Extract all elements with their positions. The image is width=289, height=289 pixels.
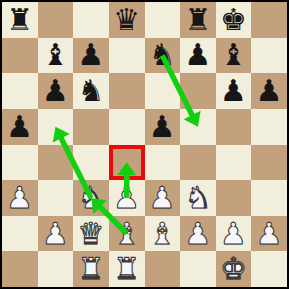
square-c6[interactable]: ♞ — [73, 73, 109, 109]
white-rook-piece[interactable]: ♜ — [73, 251, 109, 287]
square-h4[interactable] — [251, 145, 287, 181]
square-b3[interactable] — [38, 180, 74, 216]
white-knight-piece[interactable]: ♞ — [180, 180, 216, 216]
square-g7[interactable]: ♝ — [216, 38, 252, 74]
square-g3[interactable] — [216, 180, 252, 216]
square-c8[interactable] — [73, 2, 109, 38]
square-h8[interactable] — [251, 2, 287, 38]
square-f8[interactable]: ♜ — [180, 2, 216, 38]
black-pawn-piece[interactable]: ♟ — [251, 73, 287, 109]
black-pawn-piece[interactable]: ♟ — [2, 109, 38, 145]
square-c2[interactable]: ♛ — [73, 216, 109, 252]
white-pawn-piece[interactable]: ♟ — [109, 180, 145, 216]
square-c1[interactable]: ♜ — [73, 251, 109, 287]
white-bishop-piece[interactable]: ♝ — [109, 216, 145, 252]
black-bishop-piece[interactable]: ♝ — [216, 38, 252, 74]
square-g2[interactable]: ♟ — [216, 216, 252, 252]
white-pawn-piece[interactable]: ♟ — [251, 216, 287, 252]
square-a2[interactable] — [2, 216, 38, 252]
square-h7[interactable] — [251, 38, 287, 74]
square-g8[interactable]: ♚ — [216, 2, 252, 38]
white-pawn-piece[interactable]: ♟ — [38, 216, 74, 252]
square-g1[interactable]: ♚ — [216, 251, 252, 287]
board-grid: ♜♛♜♚♝♟♞♟♝♟♞♟♟♟♟♟♞♟♟♞♟♛♝♝♟♟♟♜♜♚ — [2, 2, 287, 287]
square-a5[interactable]: ♟ — [2, 109, 38, 145]
black-king-piece[interactable]: ♚ — [216, 2, 252, 38]
square-b7[interactable]: ♝ — [38, 38, 74, 74]
white-bishop-piece[interactable]: ♝ — [145, 216, 181, 252]
white-knight-piece[interactable]: ♞ — [73, 180, 109, 216]
white-pawn-piece[interactable]: ♟ — [2, 180, 38, 216]
black-rook-piece[interactable]: ♜ — [2, 2, 38, 38]
square-h6[interactable]: ♟ — [251, 73, 287, 109]
square-a4[interactable] — [2, 145, 38, 181]
white-queen-piece[interactable]: ♛ — [73, 216, 109, 252]
square-d1[interactable]: ♜ — [109, 251, 145, 287]
square-b4[interactable] — [38, 145, 74, 181]
square-e8[interactable] — [145, 2, 181, 38]
square-a3[interactable]: ♟ — [2, 180, 38, 216]
square-b5[interactable] — [38, 109, 74, 145]
black-bishop-piece[interactable]: ♝ — [38, 38, 74, 74]
black-knight-piece[interactable]: ♞ — [145, 38, 181, 74]
square-f1[interactable] — [180, 251, 216, 287]
square-a8[interactable]: ♜ — [2, 2, 38, 38]
white-pawn-piece[interactable]: ♟ — [216, 216, 252, 252]
square-c4[interactable] — [73, 145, 109, 181]
black-pawn-piece[interactable]: ♟ — [180, 38, 216, 74]
black-pawn-piece[interactable]: ♟ — [73, 38, 109, 74]
square-c3[interactable]: ♞ — [73, 180, 109, 216]
square-b6[interactable]: ♟ — [38, 73, 74, 109]
black-rook-piece[interactable]: ♜ — [180, 2, 216, 38]
square-c7[interactable]: ♟ — [73, 38, 109, 74]
square-f7[interactable]: ♟ — [180, 38, 216, 74]
square-g4[interactable] — [216, 145, 252, 181]
square-h2[interactable]: ♟ — [251, 216, 287, 252]
square-e6[interactable] — [145, 73, 181, 109]
square-b2[interactable]: ♟ — [38, 216, 74, 252]
square-b1[interactable] — [38, 251, 74, 287]
square-a6[interactable] — [2, 73, 38, 109]
square-e7[interactable]: ♞ — [145, 38, 181, 74]
square-d7[interactable] — [109, 38, 145, 74]
square-h5[interactable] — [251, 109, 287, 145]
square-e5[interactable]: ♟ — [145, 109, 181, 145]
square-d4[interactable] — [109, 145, 145, 181]
square-f6[interactable] — [180, 73, 216, 109]
square-h1[interactable] — [251, 251, 287, 287]
square-f3[interactable]: ♞ — [180, 180, 216, 216]
black-knight-piece[interactable]: ♞ — [73, 73, 109, 109]
square-f5[interactable] — [180, 109, 216, 145]
black-pawn-piece[interactable]: ♟ — [38, 73, 74, 109]
white-pawn-piece[interactable]: ♟ — [180, 216, 216, 252]
chess-board: ♜♛♜♚♝♟♞♟♝♟♞♟♟♟♟♟♞♟♟♞♟♛♝♝♟♟♟♜♜♚ — [0, 0, 289, 289]
square-e4[interactable] — [145, 145, 181, 181]
square-b8[interactable] — [38, 2, 74, 38]
black-queen-piece[interactable]: ♛ — [109, 2, 145, 38]
square-e3[interactable]: ♟ — [145, 180, 181, 216]
square-d6[interactable] — [109, 73, 145, 109]
square-a7[interactable] — [2, 38, 38, 74]
square-e2[interactable]: ♝ — [145, 216, 181, 252]
square-g5[interactable] — [216, 109, 252, 145]
square-d8[interactable]: ♛ — [109, 2, 145, 38]
square-a1[interactable] — [2, 251, 38, 287]
white-rook-piece[interactable]: ♜ — [109, 251, 145, 287]
square-f2[interactable]: ♟ — [180, 216, 216, 252]
white-king-piece[interactable]: ♚ — [216, 251, 252, 287]
square-c5[interactable] — [73, 109, 109, 145]
black-pawn-piece[interactable]: ♟ — [216, 73, 252, 109]
square-d5[interactable] — [109, 109, 145, 145]
square-f4[interactable] — [180, 145, 216, 181]
square-h3[interactable] — [251, 180, 287, 216]
square-d2[interactable]: ♝ — [109, 216, 145, 252]
black-pawn-piece[interactable]: ♟ — [145, 109, 181, 145]
square-g6[interactable]: ♟ — [216, 73, 252, 109]
square-e1[interactable] — [145, 251, 181, 287]
square-d3[interactable]: ♟ — [109, 180, 145, 216]
white-pawn-piece[interactable]: ♟ — [145, 180, 181, 216]
